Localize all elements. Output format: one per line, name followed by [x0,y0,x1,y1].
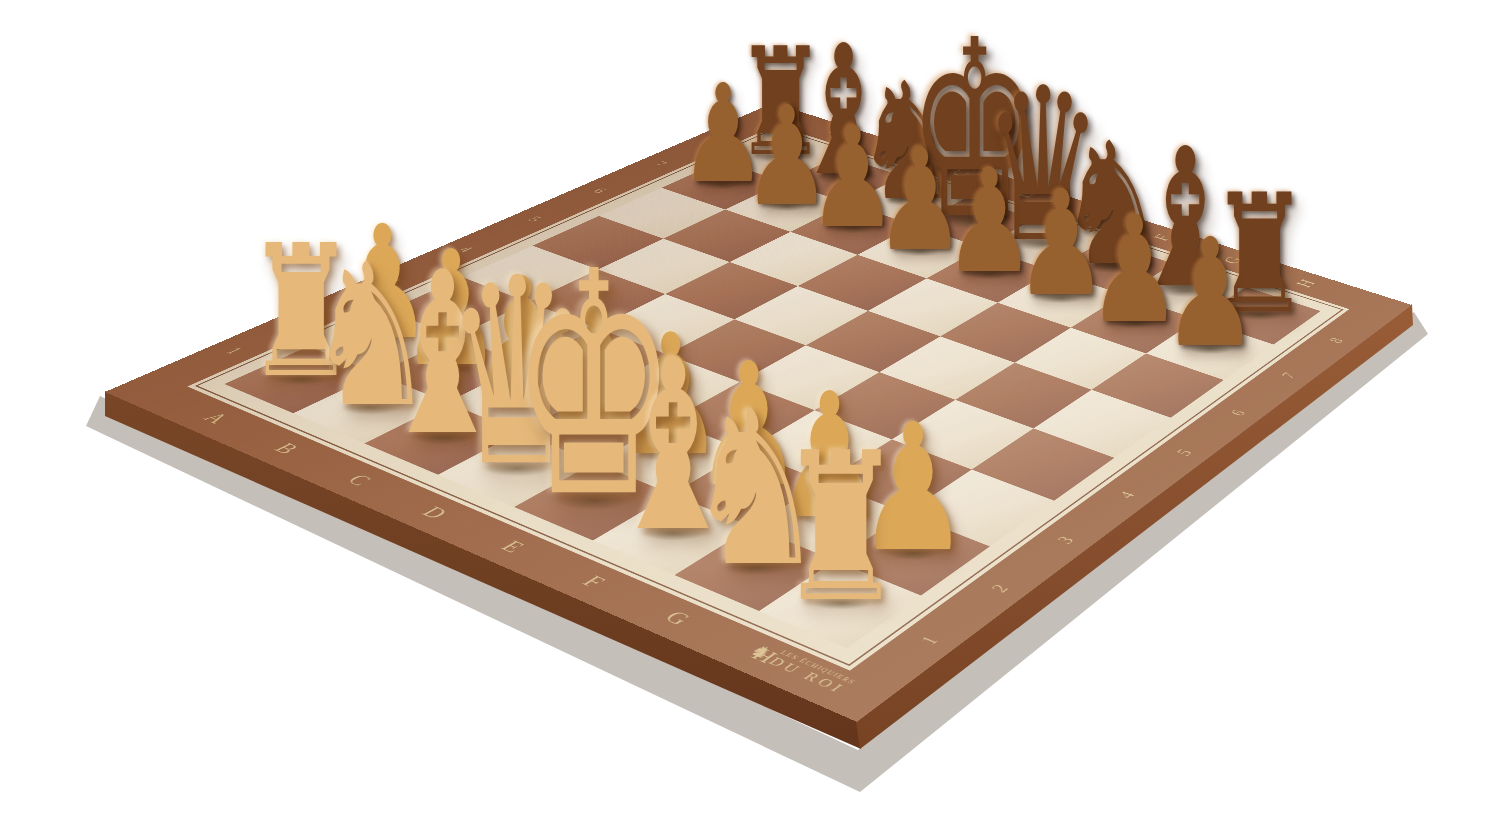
product-photo-scene: AABBCCDDEEFFGGHH1122334455667788 ♞ LES É… [0,0,1506,826]
piece-white-rook-h1[interactable]: ♜ [777,425,904,631]
piece-black-pawn-h7[interactable]: ♟ [1162,220,1258,370]
